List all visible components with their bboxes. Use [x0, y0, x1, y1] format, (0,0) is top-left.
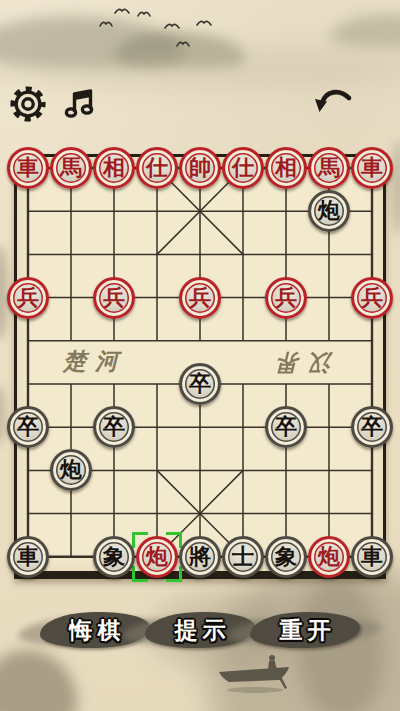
piece-black-rook-c0r9[interactable]: 車 [7, 536, 49, 578]
piece-red-cannon-c3r9[interactable]: 炮 [136, 536, 178, 578]
piece-black-elephant-c6r9[interactable]: 象 [265, 536, 307, 578]
piece-black-rook-c8r9[interactable]: 車 [351, 536, 393, 578]
piece-red-advisor-c5r0[interactable]: 仕 [222, 147, 264, 189]
piece-black-elephant-c2r9[interactable]: 象 [93, 536, 135, 578]
piece-red-soldier-c4r3[interactable]: 兵 [179, 277, 221, 319]
piece-red-soldier-c0r3[interactable]: 兵 [7, 277, 49, 319]
piece-black-soldier-c2r6[interactable]: 卒 [93, 406, 135, 448]
birds-icon [0, 0, 400, 80]
piece-red-soldier-c2r3[interactable]: 兵 [93, 277, 135, 319]
piece-red-elephant-c2r0[interactable]: 相 [93, 147, 135, 189]
ink-mountain-top-right [330, 14, 400, 48]
music-button[interactable] [60, 82, 100, 122]
piece-red-soldier-c6r3[interactable]: 兵 [265, 277, 307, 319]
undo-button[interactable] [313, 84, 353, 124]
ink-smudge-left-2 [0, 385, 6, 445]
piece-black-general-c4r9[interactable]: 將 [179, 536, 221, 578]
ink-mountain-top-left [0, 16, 185, 68]
gear-icon [9, 85, 47, 123]
boat-icon [215, 648, 305, 696]
piece-red-cannon-c7r9[interactable]: 炮 [308, 536, 350, 578]
piece-black-soldier-c4r5[interactable]: 卒 [179, 363, 221, 405]
ink-mountain-bottom-left [0, 650, 77, 711]
piece-red-rook-c0r0[interactable]: 車 [7, 147, 49, 189]
piece-black-soldier-c0r6[interactable]: 卒 [7, 406, 49, 448]
piece-black-advisor-c5r9[interactable]: 士 [222, 536, 264, 578]
undo-arrow-icon [313, 87, 353, 121]
piece-black-soldier-c8r6[interactable]: 卒 [351, 406, 393, 448]
ink-smudge-right [392, 140, 400, 235]
piece-red-general-c4r0[interactable]: 帥 [179, 147, 221, 189]
piece-red-horse-c1r0[interactable]: 馬 [50, 147, 92, 189]
piece-black-soldier-c6r6[interactable]: 卒 [265, 406, 307, 448]
ink-mountain-top-left-2 [115, 32, 245, 68]
hint-label: 提示 [170, 615, 231, 646]
xiangqi-app: 楚河 汉界 車馬相仕帥仕相馬車炮兵兵兵兵兵卒卒卒卒卒炮車象炮將士象炮車 悔棋 提… [0, 0, 400, 711]
music-note-icon [60, 82, 100, 122]
piece-red-soldier-c8r3[interactable]: 兵 [351, 277, 393, 319]
restart-label: 重开 [275, 615, 336, 646]
restart-button[interactable]: 重开 [244, 611, 366, 649]
piece-black-cannon-c7r1[interactable]: 炮 [308, 190, 350, 232]
piece-red-elephant-c6r0[interactable]: 相 [265, 147, 307, 189]
piece-red-rook-c8r0[interactable]: 車 [351, 147, 393, 189]
piece-red-advisor-c3r0[interactable]: 仕 [136, 147, 178, 189]
undo-move-label: 悔棋 [65, 615, 126, 646]
piece-red-horse-c7r0[interactable]: 馬 [308, 147, 350, 189]
river-label-right: 汉界 [269, 347, 333, 378]
river-label-left: 楚河 [63, 346, 127, 377]
settings-button[interactable] [8, 84, 48, 124]
